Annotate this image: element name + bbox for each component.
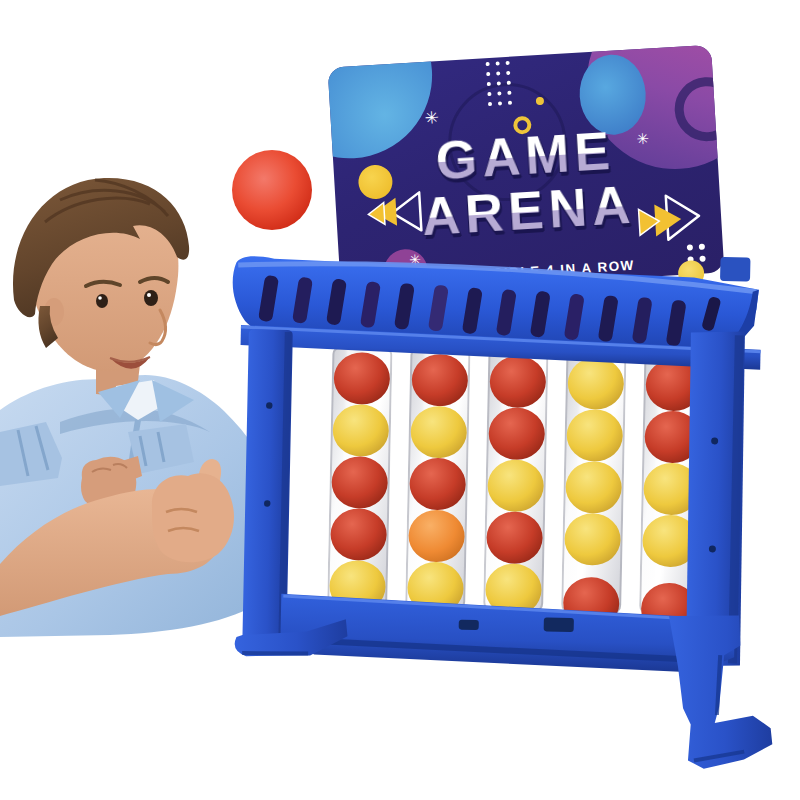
stand-frame [203, 234, 795, 800]
game-stand [0, 0, 800, 800]
bottom-rail [280, 594, 735, 673]
right-leg-foot [666, 614, 775, 770]
product-photo-scene: ✳ ✳ ✳ GAME ARENA COLLAPSIBLE 4 IN A ROW [0, 0, 800, 800]
